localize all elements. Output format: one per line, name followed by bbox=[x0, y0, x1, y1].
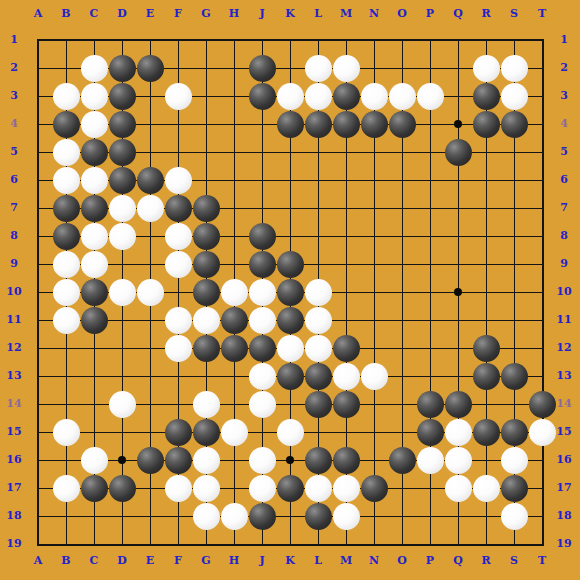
coord-label-left-4: 4 bbox=[3, 117, 25, 131]
coord-label-top-o: O bbox=[391, 7, 413, 21]
white-stone[interactable] bbox=[249, 475, 276, 502]
black-stone[interactable] bbox=[193, 335, 220, 362]
black-stone[interactable] bbox=[501, 111, 528, 138]
coord-label-right-9: 9 bbox=[553, 257, 575, 271]
white-stone[interactable] bbox=[249, 279, 276, 306]
star-point bbox=[454, 120, 462, 128]
black-stone[interactable] bbox=[361, 111, 388, 138]
coord-label-bottom-m: M bbox=[335, 554, 357, 568]
white-stone[interactable] bbox=[165, 167, 192, 194]
coord-label-bottom-b: B bbox=[55, 554, 77, 568]
black-stone[interactable] bbox=[501, 419, 528, 446]
coord-label-right-14: 14 bbox=[553, 397, 575, 411]
white-stone[interactable] bbox=[165, 475, 192, 502]
coord-label-left-13: 13 bbox=[3, 369, 25, 383]
white-stone[interactable] bbox=[81, 447, 108, 474]
coord-label-right-11: 11 bbox=[553, 313, 575, 327]
coord-label-bottom-f: F bbox=[167, 554, 189, 568]
coord-label-top-d: D bbox=[111, 7, 133, 21]
white-stone[interactable] bbox=[165, 83, 192, 110]
black-stone[interactable] bbox=[193, 195, 220, 222]
white-stone[interactable] bbox=[193, 475, 220, 502]
coord-label-left-15: 15 bbox=[3, 425, 25, 439]
white-stone[interactable] bbox=[361, 83, 388, 110]
white-stone[interactable] bbox=[249, 391, 276, 418]
black-stone[interactable] bbox=[165, 195, 192, 222]
coord-label-left-1: 1 bbox=[3, 33, 25, 47]
coord-label-left-8: 8 bbox=[3, 229, 25, 243]
coord-label-right-3: 3 bbox=[553, 89, 575, 103]
coord-label-bottom-o: O bbox=[391, 554, 413, 568]
black-stone[interactable] bbox=[333, 335, 360, 362]
white-stone[interactable] bbox=[501, 55, 528, 82]
white-stone[interactable] bbox=[333, 55, 360, 82]
coord-label-right-10: 10 bbox=[553, 285, 575, 299]
black-stone[interactable] bbox=[193, 251, 220, 278]
white-stone[interactable] bbox=[81, 251, 108, 278]
white-stone[interactable] bbox=[81, 167, 108, 194]
black-stone[interactable] bbox=[137, 167, 164, 194]
star-point bbox=[118, 456, 126, 464]
coord-label-right-7: 7 bbox=[553, 201, 575, 215]
coord-label-left-14: 14 bbox=[3, 397, 25, 411]
white-stone[interactable] bbox=[277, 83, 304, 110]
coord-label-left-17: 17 bbox=[3, 481, 25, 495]
black-stone[interactable] bbox=[417, 419, 444, 446]
coord-label-top-h: H bbox=[223, 7, 245, 21]
white-stone[interactable] bbox=[445, 475, 472, 502]
black-stone[interactable] bbox=[221, 335, 248, 362]
black-stone[interactable] bbox=[277, 251, 304, 278]
coord-label-top-s: S bbox=[503, 7, 525, 21]
white-stone[interactable] bbox=[249, 447, 276, 474]
white-stone[interactable] bbox=[109, 391, 136, 418]
white-stone[interactable] bbox=[529, 419, 556, 446]
black-stone[interactable] bbox=[221, 307, 248, 334]
black-stone[interactable] bbox=[193, 279, 220, 306]
coord-label-left-3: 3 bbox=[3, 89, 25, 103]
black-stone[interactable] bbox=[501, 475, 528, 502]
black-stone[interactable] bbox=[165, 447, 192, 474]
white-stone[interactable] bbox=[109, 223, 136, 250]
black-stone[interactable] bbox=[81, 195, 108, 222]
black-stone[interactable] bbox=[473, 83, 500, 110]
coord-label-bottom-c: C bbox=[83, 554, 105, 568]
coord-label-left-11: 11 bbox=[3, 313, 25, 327]
coord-label-top-b: B bbox=[55, 7, 77, 21]
coord-label-right-15: 15 bbox=[553, 425, 575, 439]
coord-label-top-c: C bbox=[83, 7, 105, 21]
black-stone[interactable] bbox=[277, 111, 304, 138]
black-stone[interactable] bbox=[165, 419, 192, 446]
white-stone[interactable] bbox=[305, 55, 332, 82]
white-stone[interactable] bbox=[305, 279, 332, 306]
black-stone[interactable] bbox=[305, 447, 332, 474]
coord-label-bottom-t: T bbox=[531, 554, 553, 568]
coord-label-right-8: 8 bbox=[553, 229, 575, 243]
black-stone[interactable] bbox=[277, 307, 304, 334]
white-stone[interactable] bbox=[417, 447, 444, 474]
coord-label-top-k: K bbox=[279, 7, 301, 21]
white-stone[interactable] bbox=[361, 363, 388, 390]
black-stone[interactable] bbox=[389, 447, 416, 474]
coord-label-right-5: 5 bbox=[553, 145, 575, 159]
black-stone[interactable] bbox=[333, 111, 360, 138]
black-stone[interactable] bbox=[109, 139, 136, 166]
black-stone[interactable] bbox=[333, 83, 360, 110]
white-stone[interactable] bbox=[501, 447, 528, 474]
black-stone[interactable] bbox=[109, 167, 136, 194]
coord-label-bottom-h: H bbox=[223, 554, 245, 568]
black-stone[interactable] bbox=[473, 363, 500, 390]
white-stone[interactable] bbox=[333, 475, 360, 502]
white-stone[interactable] bbox=[165, 223, 192, 250]
coord-label-left-19: 19 bbox=[3, 537, 25, 551]
white-stone[interactable] bbox=[221, 419, 248, 446]
goban[interactable]: AABBCCDDEEFFGGHHJJKKLLMMNNOOPPQQRRSSTT11… bbox=[0, 0, 580, 580]
black-stone[interactable] bbox=[417, 391, 444, 418]
white-stone[interactable] bbox=[53, 419, 80, 446]
black-stone[interactable] bbox=[249, 83, 276, 110]
coord-label-top-f: F bbox=[167, 7, 189, 21]
white-stone[interactable] bbox=[445, 447, 472, 474]
star-point bbox=[286, 456, 294, 464]
white-stone[interactable] bbox=[81, 55, 108, 82]
black-stone[interactable] bbox=[249, 55, 276, 82]
coord-label-top-e: E bbox=[139, 7, 161, 21]
black-stone[interactable] bbox=[529, 391, 556, 418]
white-stone[interactable] bbox=[53, 83, 80, 110]
white-stone[interactable] bbox=[473, 55, 500, 82]
white-stone[interactable] bbox=[277, 419, 304, 446]
coord-label-top-m: M bbox=[335, 7, 357, 21]
black-stone[interactable] bbox=[109, 55, 136, 82]
black-stone[interactable] bbox=[249, 335, 276, 362]
black-stone[interactable] bbox=[109, 475, 136, 502]
white-stone[interactable] bbox=[305, 83, 332, 110]
white-stone[interactable] bbox=[193, 391, 220, 418]
black-stone[interactable] bbox=[501, 363, 528, 390]
coord-label-bottom-j: J bbox=[251, 554, 273, 568]
white-stone[interactable] bbox=[81, 83, 108, 110]
black-stone[interactable] bbox=[109, 111, 136, 138]
white-stone[interactable] bbox=[53, 251, 80, 278]
black-stone[interactable] bbox=[53, 195, 80, 222]
white-stone[interactable] bbox=[333, 363, 360, 390]
coord-label-left-6: 6 bbox=[3, 173, 25, 187]
black-stone[interactable] bbox=[473, 419, 500, 446]
black-stone[interactable] bbox=[249, 251, 276, 278]
black-stone[interactable] bbox=[193, 419, 220, 446]
white-stone[interactable] bbox=[221, 503, 248, 530]
black-stone[interactable] bbox=[305, 391, 332, 418]
coord-label-right-1: 1 bbox=[553, 33, 575, 47]
coord-label-bottom-s: S bbox=[503, 554, 525, 568]
black-stone[interactable] bbox=[53, 223, 80, 250]
coord-label-bottom-n: N bbox=[363, 554, 385, 568]
coord-label-left-12: 12 bbox=[3, 341, 25, 355]
coord-label-right-13: 13 bbox=[553, 369, 575, 383]
white-stone[interactable] bbox=[53, 475, 80, 502]
black-stone[interactable] bbox=[333, 447, 360, 474]
white-stone[interactable] bbox=[53, 279, 80, 306]
black-stone[interactable] bbox=[305, 363, 332, 390]
coord-label-right-17: 17 bbox=[553, 481, 575, 495]
white-stone[interactable] bbox=[137, 279, 164, 306]
black-stone[interactable] bbox=[277, 363, 304, 390]
white-stone[interactable] bbox=[137, 195, 164, 222]
white-stone[interactable] bbox=[249, 363, 276, 390]
white-stone[interactable] bbox=[305, 307, 332, 334]
white-stone[interactable] bbox=[109, 279, 136, 306]
coord-label-left-7: 7 bbox=[3, 201, 25, 215]
black-stone[interactable] bbox=[305, 503, 332, 530]
black-stone[interactable] bbox=[81, 475, 108, 502]
coord-label-left-10: 10 bbox=[3, 285, 25, 299]
coord-label-left-2: 2 bbox=[3, 61, 25, 75]
coord-label-bottom-p: P bbox=[419, 554, 441, 568]
coord-label-top-p: P bbox=[419, 7, 441, 21]
white-stone[interactable] bbox=[501, 503, 528, 530]
coord-label-top-l: L bbox=[307, 7, 329, 21]
coord-label-bottom-g: G bbox=[195, 554, 217, 568]
white-stone[interactable] bbox=[53, 139, 80, 166]
white-stone[interactable] bbox=[165, 307, 192, 334]
white-stone[interactable] bbox=[305, 475, 332, 502]
black-stone[interactable] bbox=[445, 139, 472, 166]
white-stone[interactable] bbox=[445, 419, 472, 446]
white-stone[interactable] bbox=[473, 475, 500, 502]
coord-label-left-16: 16 bbox=[3, 453, 25, 467]
black-stone[interactable] bbox=[361, 475, 388, 502]
black-stone[interactable] bbox=[277, 475, 304, 502]
coord-label-top-n: N bbox=[363, 7, 385, 21]
coord-label-bottom-a: A bbox=[27, 554, 49, 568]
coord-label-left-5: 5 bbox=[3, 145, 25, 159]
white-stone[interactable] bbox=[221, 279, 248, 306]
coord-label-right-12: 12 bbox=[553, 341, 575, 355]
coord-label-top-a: A bbox=[27, 7, 49, 21]
white-stone[interactable] bbox=[389, 83, 416, 110]
white-stone[interactable] bbox=[249, 307, 276, 334]
coord-label-bottom-e: E bbox=[139, 554, 161, 568]
white-stone[interactable] bbox=[81, 223, 108, 250]
coord-label-top-r: R bbox=[475, 7, 497, 21]
black-stone[interactable] bbox=[137, 55, 164, 82]
star-point bbox=[454, 288, 462, 296]
coord-label-right-6: 6 bbox=[553, 173, 575, 187]
black-stone[interactable] bbox=[473, 111, 500, 138]
black-stone[interactable] bbox=[109, 83, 136, 110]
black-stone[interactable] bbox=[249, 503, 276, 530]
black-stone[interactable] bbox=[53, 111, 80, 138]
coord-label-bottom-r: R bbox=[475, 554, 497, 568]
coord-label-top-j: J bbox=[251, 7, 273, 21]
white-stone[interactable] bbox=[81, 111, 108, 138]
black-stone[interactable] bbox=[81, 307, 108, 334]
coord-label-right-16: 16 bbox=[553, 453, 575, 467]
coord-label-right-4: 4 bbox=[553, 117, 575, 131]
white-stone[interactable] bbox=[53, 307, 80, 334]
white-stone[interactable] bbox=[277, 335, 304, 362]
coord-label-top-q: Q bbox=[447, 7, 469, 21]
black-stone[interactable] bbox=[445, 391, 472, 418]
black-stone[interactable] bbox=[249, 223, 276, 250]
white-stone[interactable] bbox=[165, 335, 192, 362]
coord-label-left-18: 18 bbox=[3, 509, 25, 523]
black-stone[interactable] bbox=[193, 223, 220, 250]
white-stone[interactable] bbox=[165, 251, 192, 278]
coord-label-top-t: T bbox=[531, 7, 553, 21]
black-stone[interactable] bbox=[137, 447, 164, 474]
white-stone[interactable] bbox=[333, 503, 360, 530]
coord-label-top-g: G bbox=[195, 7, 217, 21]
white-stone[interactable] bbox=[193, 307, 220, 334]
black-stone[interactable] bbox=[333, 391, 360, 418]
black-stone[interactable] bbox=[81, 279, 108, 306]
white-stone[interactable] bbox=[193, 503, 220, 530]
coord-label-bottom-k: K bbox=[279, 554, 301, 568]
coord-label-bottom-q: Q bbox=[447, 554, 469, 568]
coord-label-right-2: 2 bbox=[553, 61, 575, 75]
black-stone[interactable] bbox=[277, 279, 304, 306]
coord-label-right-18: 18 bbox=[553, 509, 575, 523]
coord-label-bottom-d: D bbox=[111, 554, 133, 568]
white-stone[interactable] bbox=[501, 83, 528, 110]
black-stone[interactable] bbox=[81, 139, 108, 166]
white-stone[interactable] bbox=[417, 83, 444, 110]
white-stone[interactable] bbox=[109, 195, 136, 222]
coord-label-bottom-l: L bbox=[307, 554, 329, 568]
black-stone[interactable] bbox=[305, 111, 332, 138]
coord-label-right-19: 19 bbox=[553, 537, 575, 551]
coord-label-left-9: 9 bbox=[3, 257, 25, 271]
black-stone[interactable] bbox=[389, 111, 416, 138]
white-stone[interactable] bbox=[53, 167, 80, 194]
white-stone[interactable] bbox=[193, 447, 220, 474]
black-stone[interactable] bbox=[473, 335, 500, 362]
white-stone[interactable] bbox=[305, 335, 332, 362]
